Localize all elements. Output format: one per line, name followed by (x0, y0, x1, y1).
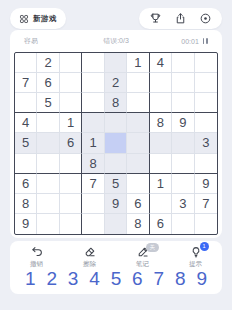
sudoku-cell-r8c2[interactable] (37, 194, 59, 214)
sudoku-cell-r3c8[interactable] (172, 93, 194, 113)
sudoku-cell-r2c7[interactable] (150, 73, 172, 93)
numpad-5[interactable]: 5 (111, 268, 122, 289)
sudoku-cell-r7c3[interactable] (60, 174, 82, 194)
sudoku-cell-r1c8[interactable] (172, 53, 194, 73)
numpad-8[interactable]: 8 (175, 268, 186, 289)
numpad-1[interactable]: 1 (25, 268, 36, 289)
sudoku-cell-r5c1[interactable]: 5 (15, 133, 37, 153)
undo-button[interactable]: 撤销 (30, 245, 44, 269)
sudoku-cell-r9c1[interactable]: 9 (15, 214, 37, 234)
sudoku-cell-r4c2[interactable] (37, 113, 59, 133)
sudoku-cell-r3c4[interactable] (82, 93, 104, 113)
sudoku-cell-r1c6[interactable]: 1 (127, 53, 149, 73)
sudoku-cell-r5c8[interactable] (172, 133, 194, 153)
eraser-icon (83, 245, 97, 259)
sudoku-cell-r9c8[interactable] (172, 214, 194, 234)
sudoku-cell-r8c4[interactable] (82, 194, 104, 214)
sudoku-cell-r8c8[interactable]: 3 (172, 194, 194, 214)
new-game-button[interactable]: 新游戏 (10, 8, 66, 29)
hint-label: 提示 (189, 260, 202, 269)
sudoku-cell-r9c5[interactable] (105, 214, 127, 234)
sudoku-cell-r4c8[interactable]: 9 (172, 113, 194, 133)
notes-toggle-badge: 关 (146, 243, 159, 252)
sudoku-cell-r3c6[interactable] (127, 93, 149, 113)
sudoku-cell-r3c5[interactable]: 8 (105, 93, 127, 113)
controls-card: 撤销 擦除 关 笔记 1 提示 1 2 3 4 5 6 (10, 241, 222, 294)
sudoku-cell-r9c4[interactable] (82, 214, 104, 234)
numpad-4[interactable]: 4 (89, 268, 100, 289)
numpad-2[interactable]: 2 (46, 268, 57, 289)
sudoku-cell-r4c4[interactable] (82, 113, 104, 133)
trophy-icon[interactable] (149, 12, 162, 25)
sudoku-cell-r4c9[interactable] (195, 113, 217, 133)
sudoku-cell-r3c3[interactable] (60, 93, 82, 113)
sudoku-cell-r7c8[interactable] (172, 174, 194, 194)
sudoku-cell-r5c3[interactable]: 6 (60, 133, 82, 153)
sudoku-cell-r3c2[interactable]: 5 (37, 93, 59, 113)
sudoku-cell-r1c4[interactable] (82, 53, 104, 73)
share-icon[interactable] (174, 12, 187, 25)
sudoku-cell-r5c4[interactable]: 1 (82, 133, 104, 153)
sudoku-cell-r6c4[interactable]: 8 (82, 154, 104, 174)
notes-button[interactable]: 关 笔记 (136, 245, 150, 269)
erase-button[interactable]: 擦除 (83, 245, 97, 269)
sudoku-cell-r5c9[interactable]: 3 (195, 133, 217, 153)
sudoku-cell-r9c3[interactable] (60, 214, 82, 234)
sudoku-cell-r6c3[interactable] (60, 154, 82, 174)
sudoku-cell-r4c5[interactable] (105, 113, 127, 133)
number-pad: 1 2 3 4 5 6 7 8 9 (10, 267, 222, 289)
sudoku-cell-r6c1[interactable] (15, 154, 37, 174)
sudoku-cell-r5c2[interactable] (37, 133, 59, 153)
sudoku-cell-r3c1[interactable] (15, 93, 37, 113)
sudoku-cell-r7c1[interactable]: 6 (15, 174, 37, 194)
sudoku-board: 214762584189561386751989637986 (14, 52, 218, 235)
sudoku-cell-r2c5[interactable]: 2 (105, 73, 127, 93)
sudoku-cell-r7c4[interactable]: 7 (82, 174, 104, 194)
sudoku-cell-r1c7[interactable]: 4 (150, 53, 172, 73)
sudoku-cell-r1c2[interactable]: 2 (37, 53, 59, 73)
sudoku-cell-r4c1[interactable]: 4 (15, 113, 37, 133)
sudoku-cell-r9c2[interactable] (37, 214, 59, 234)
sudoku-cell-r6c5[interactable] (105, 154, 127, 174)
new-game-label: 新游戏 (33, 14, 57, 24)
numpad-9[interactable]: 9 (196, 268, 207, 289)
sudoku-cell-r9c6[interactable]: 8 (127, 214, 149, 234)
sudoku-cell-r8c1[interactable]: 8 (15, 194, 37, 214)
sudoku-cell-r2c2[interactable]: 6 (37, 73, 59, 93)
sudoku-cell-r6c6[interactable] (127, 154, 149, 174)
grid-icon (19, 14, 29, 24)
sudoku-cell-r6c9[interactable] (195, 154, 217, 174)
sudoku-cell-r7c2[interactable] (37, 174, 59, 194)
erase-label: 擦除 (83, 260, 96, 269)
sudoku-cell-r2c8[interactable] (172, 73, 194, 93)
sudoku-cell-r5c6[interactable] (127, 133, 149, 153)
sudoku-cell-r2c9[interactable] (195, 73, 217, 93)
sudoku-cell-r5c7[interactable] (150, 133, 172, 153)
sudoku-cell-r2c6[interactable] (127, 73, 149, 93)
sudoku-cell-r8c5[interactable]: 9 (105, 194, 127, 214)
sudoku-cell-r1c9[interactable] (195, 53, 217, 73)
sudoku-cell-r2c4[interactable] (82, 73, 104, 93)
sudoku-cell-r7c6[interactable] (127, 174, 149, 194)
settings-icon[interactable] (199, 12, 212, 25)
sudoku-cell-r2c1[interactable]: 7 (15, 73, 37, 93)
sudoku-cell-r4c7[interactable]: 8 (150, 113, 172, 133)
sudoku-cell-r7c7[interactable]: 1 (150, 174, 172, 194)
hint-button[interactable]: 1 提示 (189, 245, 203, 269)
hint-count-badge: 1 (200, 242, 209, 251)
status-bar: 容易 错误:0/3 00:01 (10, 30, 222, 52)
sudoku-cell-r6c7[interactable] (150, 154, 172, 174)
sudoku-cell-r4c6[interactable] (127, 113, 149, 133)
undo-icon (30, 245, 44, 259)
undo-label: 撤销 (30, 260, 43, 269)
sudoku-cell-r8c9[interactable]: 7 (195, 194, 217, 214)
sudoku-cell-r1c3[interactable] (60, 53, 82, 73)
sudoku-cell-r2c3[interactable] (60, 73, 82, 93)
toolbar: 撤销 擦除 关 笔记 1 提示 (10, 241, 222, 267)
sudoku-cell-r6c8[interactable] (172, 154, 194, 174)
game-card: 容易 错误:0/3 00:01 214762584189561386751989… (10, 30, 222, 238)
sudoku-cell-r8c6[interactable]: 6 (127, 194, 149, 214)
numpad-7[interactable]: 7 (154, 268, 165, 289)
sudoku-cell-r9c7[interactable]: 6 (150, 214, 172, 234)
sudoku-cell-r7c5[interactable]: 5 (105, 174, 127, 194)
sudoku-cell-r3c9[interactable] (195, 93, 217, 113)
sudoku-cell-r3c7[interactable] (150, 93, 172, 113)
sudoku-cell-r7c9[interactable]: 9 (195, 174, 217, 194)
sudoku-cell-r8c3[interactable] (60, 194, 82, 214)
sudoku-cell-r6c2[interactable] (37, 154, 59, 174)
notes-label: 笔记 (136, 260, 149, 269)
sudoku-cell-r5c5[interactable] (105, 133, 127, 153)
mistakes-counter: 错误:0/3 (10, 36, 222, 46)
top-icon-bar (139, 8, 222, 29)
sudoku-cell-r4c3[interactable]: 1 (60, 113, 82, 133)
sudoku-cell-r8c7[interactable] (150, 194, 172, 214)
sudoku-cell-r1c1[interactable] (15, 53, 37, 73)
numpad-3[interactable]: 3 (68, 268, 79, 289)
sudoku-cell-r1c5[interactable] (105, 53, 127, 73)
sudoku-cell-r9c9[interactable] (195, 214, 217, 234)
numpad-6[interactable]: 6 (132, 268, 143, 289)
